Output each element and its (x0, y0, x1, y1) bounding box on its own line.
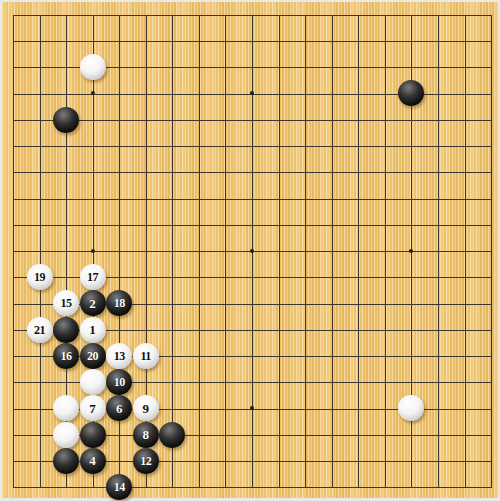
stone-black (53, 107, 79, 133)
stone-white-move-15: 15 (53, 290, 79, 316)
hoshi-point (409, 249, 413, 253)
stone-white-move-1: 1 (80, 317, 106, 343)
stone-black (80, 422, 106, 448)
move-number: 20 (87, 350, 98, 362)
move-number: 8 (142, 428, 149, 441)
move-number: 18 (114, 297, 125, 309)
stone-black-move-20: 20 (80, 343, 106, 369)
move-number: 17 (87, 271, 98, 283)
stone-black (398, 80, 424, 106)
move-number: 7 (89, 402, 96, 415)
go-diagram-window: 1917152182111620131110769841214 (0, 0, 500, 501)
move-number: 19 (34, 271, 45, 283)
move-number: 10 (114, 376, 125, 388)
move-number: 13 (114, 350, 125, 362)
stone-black-move-2: 2 (80, 290, 106, 316)
stone-white-move-9: 9 (133, 395, 159, 421)
stone-black-move-6: 6 (106, 395, 132, 421)
move-number: 1 (89, 323, 96, 336)
move-number: 11 (141, 350, 151, 362)
move-number: 21 (34, 324, 45, 336)
go-board-grid: 1917152182111620131110769841214 (0, 1, 500, 500)
stone-white (80, 369, 106, 395)
stone-black (53, 448, 79, 474)
hoshi-point (250, 91, 254, 95)
stone-black (53, 317, 79, 343)
move-number: 15 (61, 297, 72, 309)
move-number: 2 (89, 297, 96, 310)
go-board[interactable]: 1917152182111620131110769841214 (2, 2, 498, 498)
move-number: 6 (116, 402, 123, 415)
move-number: 4 (89, 454, 96, 467)
move-number: 9 (142, 402, 149, 415)
stone-black-move-10: 10 (106, 369, 132, 395)
move-number: 14 (114, 481, 125, 493)
stone-white (398, 395, 424, 421)
stone-black-move-12: 12 (133, 448, 159, 474)
stone-white (53, 422, 79, 448)
stone-black-move-18: 18 (106, 290, 132, 316)
move-number: 12 (140, 455, 151, 467)
hoshi-point (250, 249, 254, 253)
stone-black-move-8: 8 (133, 422, 159, 448)
stone-white (80, 54, 106, 80)
stone-black-move-14: 14 (106, 474, 132, 500)
stone-black (159, 422, 185, 448)
stone-white-move-13: 13 (106, 343, 132, 369)
stone-white (53, 395, 79, 421)
stone-white-move-11: 11 (133, 343, 159, 369)
stone-white-move-17: 17 (80, 264, 106, 290)
stone-white-move-21: 21 (27, 317, 53, 343)
hoshi-point (250, 406, 254, 410)
hoshi-point (91, 249, 95, 253)
stone-white-move-19: 19 (27, 264, 53, 290)
stone-white-move-7: 7 (80, 395, 106, 421)
stone-black-move-4: 4 (80, 448, 106, 474)
hoshi-point (91, 91, 95, 95)
move-number: 16 (61, 350, 72, 362)
stone-black-move-16: 16 (53, 343, 79, 369)
